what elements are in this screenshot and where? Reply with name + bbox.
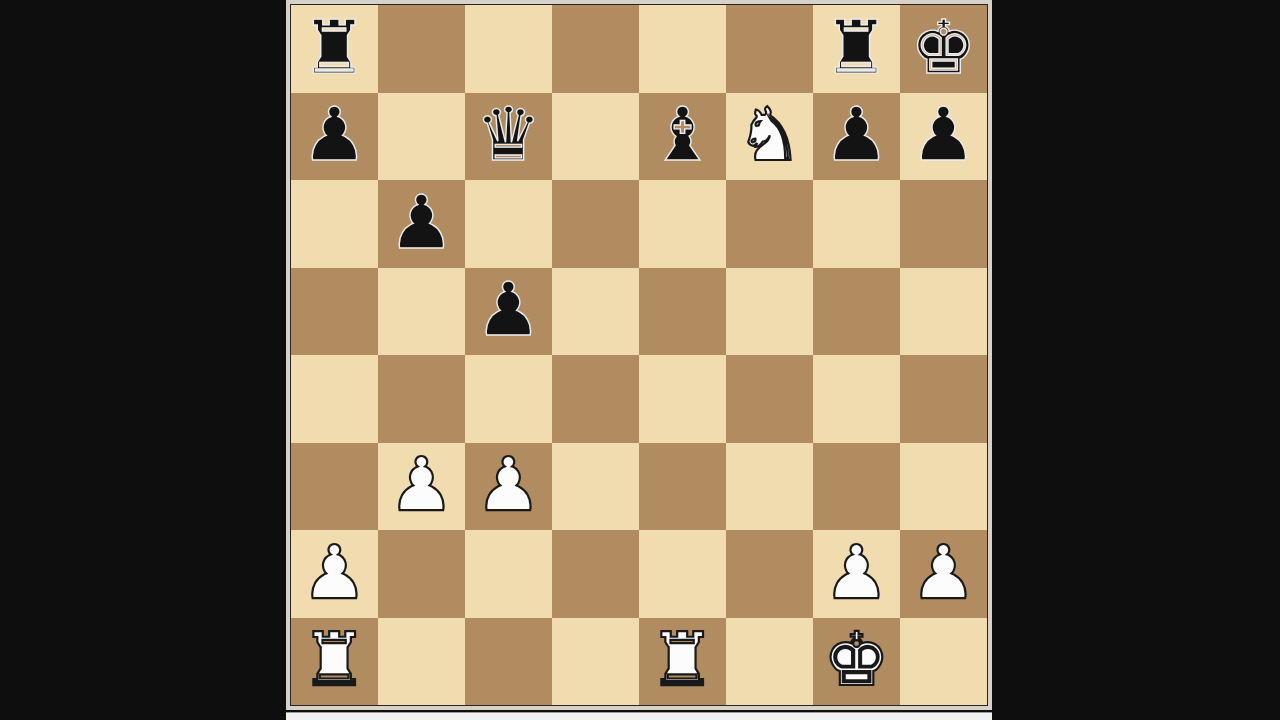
square-d5 (552, 268, 639, 356)
square-a1: ♜ (291, 618, 378, 706)
square-d8 (552, 5, 639, 93)
square-f7: ♞ (726, 93, 813, 181)
black-pawn-b6: ♟ (388, 185, 454, 259)
black-pawn-c5: ♟ (475, 272, 541, 346)
square-g3 (813, 443, 900, 531)
square-b2 (378, 530, 465, 618)
white-rook-a1: ♜ (301, 622, 367, 696)
square-c1 (465, 618, 552, 706)
square-e5 (639, 268, 726, 356)
square-a5 (291, 268, 378, 356)
white-rook-e1: ♜ (649, 622, 715, 696)
square-g5 (813, 268, 900, 356)
square-d1 (552, 618, 639, 706)
square-f6 (726, 180, 813, 268)
square-h4 (900, 355, 987, 443)
video-frame: ♜♜♚♟♛♝♞♟♟♟♟♟♟♟♟♟♜♜♚ (0, 0, 1280, 720)
square-b1 (378, 618, 465, 706)
square-e3 (639, 443, 726, 531)
square-b3: ♟ (378, 443, 465, 531)
square-h5 (900, 268, 987, 356)
square-c2 (465, 530, 552, 618)
square-b6: ♟ (378, 180, 465, 268)
square-d3 (552, 443, 639, 531)
square-f3 (726, 443, 813, 531)
square-f1 (726, 618, 813, 706)
square-d4 (552, 355, 639, 443)
square-g8: ♜ (813, 5, 900, 93)
square-g4 (813, 355, 900, 443)
white-pawn-h2: ♟ (910, 535, 976, 609)
square-h2: ♟ (900, 530, 987, 618)
square-b8 (378, 5, 465, 93)
black-queen-c7: ♛ (475, 97, 541, 171)
square-a4 (291, 355, 378, 443)
square-d7 (552, 93, 639, 181)
black-bishop-e7: ♝ (649, 97, 715, 171)
square-a3 (291, 443, 378, 531)
square-b7 (378, 93, 465, 181)
square-c4 (465, 355, 552, 443)
white-knight-f7: ♞ (736, 97, 802, 171)
chess-board: ♜♜♚♟♛♝♞♟♟♟♟♟♟♟♟♟♜♜♚ (291, 5, 987, 705)
square-e6 (639, 180, 726, 268)
square-c5: ♟ (465, 268, 552, 356)
white-pawn-b3: ♟ (388, 447, 454, 521)
square-b5 (378, 268, 465, 356)
square-h7: ♟ (900, 93, 987, 181)
square-e2 (639, 530, 726, 618)
black-pawn-h7: ♟ (910, 97, 976, 171)
black-rook-g8: ♜ (823, 10, 889, 84)
square-e4 (639, 355, 726, 443)
square-f5 (726, 268, 813, 356)
black-rook-a8: ♜ (301, 10, 367, 84)
square-h3 (900, 443, 987, 531)
square-a6 (291, 180, 378, 268)
square-d6 (552, 180, 639, 268)
white-king-g1: ♚ (823, 622, 889, 696)
square-g7: ♟ (813, 93, 900, 181)
black-pawn-g7: ♟ (823, 97, 889, 171)
square-h6 (900, 180, 987, 268)
chess-board-border: ♜♜♚♟♛♝♞♟♟♟♟♟♟♟♟♟♜♜♚ (290, 4, 988, 706)
square-a2: ♟ (291, 530, 378, 618)
square-e7: ♝ (639, 93, 726, 181)
square-a8: ♜ (291, 5, 378, 93)
white-pawn-c3: ♟ (475, 447, 541, 521)
bottom-strip (286, 712, 992, 720)
chess-board-frame: ♜♜♚♟♛♝♞♟♟♟♟♟♟♟♟♟♜♜♚ (286, 0, 992, 710)
square-c7: ♛ (465, 93, 552, 181)
square-e1: ♜ (639, 618, 726, 706)
square-c6 (465, 180, 552, 268)
square-g6 (813, 180, 900, 268)
square-c8 (465, 5, 552, 93)
square-f4 (726, 355, 813, 443)
square-c3: ♟ (465, 443, 552, 531)
square-f8 (726, 5, 813, 93)
square-h1 (900, 618, 987, 706)
square-g1: ♚ (813, 618, 900, 706)
black-king-h8: ♚ (910, 10, 976, 84)
square-d2 (552, 530, 639, 618)
white-pawn-a2: ♟ (301, 535, 367, 609)
white-pawn-g2: ♟ (823, 535, 889, 609)
square-a7: ♟ (291, 93, 378, 181)
square-h8: ♚ (900, 5, 987, 93)
square-g2: ♟ (813, 530, 900, 618)
square-e8 (639, 5, 726, 93)
square-b4 (378, 355, 465, 443)
square-f2 (726, 530, 813, 618)
black-pawn-a7: ♟ (301, 97, 367, 171)
